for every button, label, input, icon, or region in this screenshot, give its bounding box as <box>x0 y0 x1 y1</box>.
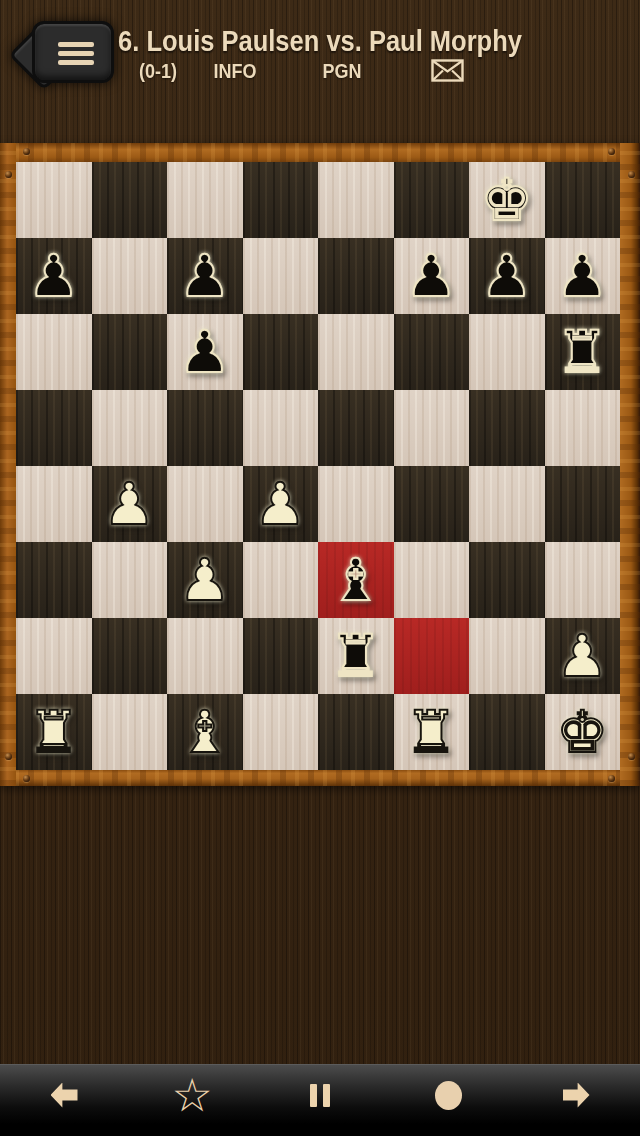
square-b7[interactable] <box>92 238 168 314</box>
square-e6[interactable] <box>318 314 394 390</box>
square-e1[interactable] <box>318 694 394 770</box>
black-pawn-a7[interactable]: ♟ <box>28 247 80 305</box>
star-outline-icon: ☆ <box>171 1072 212 1118</box>
pause-button[interactable] <box>278 1065 362 1125</box>
pause-icon <box>310 1084 330 1107</box>
result-label: (0-1) <box>131 60 185 83</box>
square-h5[interactable] <box>545 390 621 466</box>
board-frame-top <box>0 143 640 162</box>
board-frame-bottom <box>0 770 640 786</box>
square-h2[interactable]: ♟ <box>545 618 621 694</box>
square-f3[interactable] <box>394 542 470 618</box>
square-b2[interactable] <box>92 618 168 694</box>
square-a2[interactable] <box>16 618 92 694</box>
white-pawn-c3[interactable]: ♟ <box>179 551 231 609</box>
square-e4[interactable] <box>318 466 394 542</box>
square-f7[interactable]: ♟ <box>394 238 470 314</box>
screw-icon <box>5 753 12 760</box>
square-g4[interactable] <box>469 466 545 542</box>
square-c5[interactable] <box>167 390 243 466</box>
white-pawn-h2[interactable]: ♟ <box>556 627 608 685</box>
square-a8[interactable] <box>16 162 92 238</box>
white-pawn-d4[interactable]: ♟ <box>254 475 306 533</box>
record-circle-icon <box>435 1081 462 1110</box>
square-f5[interactable] <box>394 390 470 466</box>
square-e3[interactable]: ♝ <box>318 542 394 618</box>
black-pawn-f7[interactable]: ♟ <box>405 247 457 305</box>
favorite-button[interactable]: ☆ <box>150 1065 234 1125</box>
square-c3[interactable]: ♟ <box>167 542 243 618</box>
screw-icon <box>628 753 635 760</box>
square-c6[interactable]: ♟ <box>167 314 243 390</box>
black-pawn-c6[interactable]: ♟ <box>179 323 231 381</box>
black-rook-e2[interactable]: ♜ <box>330 627 382 685</box>
screw-icon <box>608 775 615 782</box>
square-b3[interactable] <box>92 542 168 618</box>
square-e8[interactable] <box>318 162 394 238</box>
square-h3[interactable] <box>545 542 621 618</box>
square-c4[interactable] <box>167 466 243 542</box>
square-a6[interactable] <box>16 314 92 390</box>
square-a4[interactable] <box>16 466 92 542</box>
square-e5[interactable] <box>318 390 394 466</box>
black-rook-h6[interactable]: ♜ <box>556 323 608 381</box>
square-h7[interactable]: ♟ <box>545 238 621 314</box>
square-f2[interactable] <box>394 618 470 694</box>
square-e7[interactable] <box>318 238 394 314</box>
square-b4[interactable]: ♟ <box>92 466 168 542</box>
square-a3[interactable] <box>16 542 92 618</box>
square-g3[interactable] <box>469 542 545 618</box>
square-d7[interactable] <box>243 238 319 314</box>
page-title: 6. Louis Paulsen vs. Paul Morphy <box>116 24 524 58</box>
app-screen: 6. Louis Paulsen vs. Paul Morphy (0-1) I… <box>0 0 640 1136</box>
screw-icon <box>608 148 615 155</box>
screw-icon <box>23 775 30 782</box>
square-h4[interactable] <box>545 466 621 542</box>
envelope-icon[interactable] <box>431 59 464 82</box>
square-g1[interactable] <box>469 694 545 770</box>
arrow-right-icon <box>563 1083 590 1108</box>
square-a7[interactable]: ♟ <box>16 238 92 314</box>
arrow-left-icon <box>51 1083 78 1108</box>
info-button[interactable]: INFO <box>204 60 267 83</box>
square-f8[interactable] <box>394 162 470 238</box>
record-button[interactable] <box>406 1065 490 1125</box>
black-king-g8[interactable]: ♚ <box>481 171 533 229</box>
screw-icon <box>23 148 30 155</box>
square-b8[interactable] <box>92 162 168 238</box>
square-d4[interactable]: ♟ <box>243 466 319 542</box>
white-rook-a1[interactable]: ♜ <box>28 703 80 761</box>
square-g5[interactable] <box>469 390 545 466</box>
square-h6[interactable]: ♜ <box>545 314 621 390</box>
screw-icon <box>628 171 635 178</box>
square-f1[interactable]: ♜ <box>394 694 470 770</box>
square-f6[interactable] <box>394 314 470 390</box>
square-d5[interactable] <box>243 390 319 466</box>
square-g7[interactable]: ♟ <box>469 238 545 314</box>
square-a1[interactable]: ♜ <box>16 694 92 770</box>
board-grid: ♚♟♟♟♟♟♟♜♟♟♟♝♜♟♜♝♜♚ <box>16 162 620 770</box>
black-bishop-e3[interactable]: ♝ <box>330 551 382 609</box>
back-button[interactable] <box>22 1065 106 1125</box>
square-a5[interactable] <box>16 390 92 466</box>
square-d8[interactable] <box>243 162 319 238</box>
square-c8[interactable] <box>167 162 243 238</box>
square-b1[interactable] <box>92 694 168 770</box>
square-d2[interactable] <box>243 618 319 694</box>
black-pawn-h7[interactable]: ♟ <box>556 247 608 305</box>
square-c2[interactable] <box>167 618 243 694</box>
board-frame-right <box>620 143 640 786</box>
square-g8[interactable]: ♚ <box>469 162 545 238</box>
square-c7[interactable]: ♟ <box>167 238 243 314</box>
square-d6[interactable] <box>243 314 319 390</box>
white-pawn-b4[interactable]: ♟ <box>103 475 155 533</box>
square-d1[interactable] <box>243 694 319 770</box>
board-frame-left <box>0 143 16 786</box>
square-g6[interactable] <box>469 314 545 390</box>
screw-icon <box>5 171 12 178</box>
square-e2[interactable]: ♜ <box>318 618 394 694</box>
square-f4[interactable] <box>394 466 470 542</box>
white-bishop-c1[interactable]: ♝ <box>179 703 231 761</box>
square-b6[interactable] <box>92 314 168 390</box>
square-b5[interactable] <box>92 390 168 466</box>
chess-board: ♚♟♟♟♟♟♟♜♟♟♟♝♜♟♜♝♜♚ <box>0 143 640 786</box>
black-pawn-c7[interactable]: ♟ <box>179 247 231 305</box>
black-pawn-g7[interactable]: ♟ <box>481 247 533 305</box>
square-h1[interactable]: ♚ <box>545 694 621 770</box>
square-h8[interactable] <box>545 162 621 238</box>
menu-back-button[interactable] <box>6 20 114 84</box>
white-rook-f1[interactable]: ♜ <box>405 703 457 761</box>
hamburger-menu-icon <box>58 42 94 69</box>
square-d3[interactable] <box>243 542 319 618</box>
forward-button[interactable] <box>534 1065 618 1125</box>
pgn-button[interactable]: PGN <box>313 60 371 83</box>
white-king-h1[interactable]: ♚ <box>556 703 608 761</box>
square-c1[interactable]: ♝ <box>167 694 243 770</box>
square-g2[interactable] <box>469 618 545 694</box>
playback-toolbar: ☆ <box>0 1064 640 1136</box>
